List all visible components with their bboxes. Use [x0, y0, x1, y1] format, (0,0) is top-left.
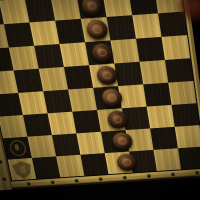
square-r3c6[interactable] — [110, 39, 139, 64]
rail-pin-icon — [195, 171, 199, 174]
rail-pin-icon — [2, 177, 6, 180]
photo-stage — [0, 0, 200, 200]
square-r2c6[interactable] — [107, 15, 136, 40]
square-r6c7[interactable] — [147, 105, 175, 129]
square-r4c8[interactable] — [165, 58, 193, 82]
rail-pin-icon — [74, 179, 78, 182]
square-r5c4[interactable] — [68, 88, 97, 112]
rail-pin-icon — [147, 174, 151, 177]
square-r5c6[interactable] — [118, 84, 147, 108]
square-r1c4[interactable] — [51, 0, 81, 21]
rail-pin-icon — [171, 173, 175, 176]
square-r3c4[interactable] — [60, 42, 90, 67]
rail-pin-icon — [50, 181, 54, 184]
rail-pin-icon — [98, 177, 102, 180]
square-r4c7[interactable] — [140, 60, 169, 84]
square-r7c7[interactable] — [150, 127, 178, 150]
square-r1c3[interactable] — [25, 0, 55, 22]
square-r6c8[interactable] — [172, 103, 200, 127]
square-r6c4[interactable] — [72, 110, 101, 133]
square-r2c7[interactable] — [132, 13, 161, 38]
checkers-board — [0, 0, 200, 190]
square-r7c4[interactable] — [76, 132, 104, 155]
square-r7c8[interactable] — [175, 125, 200, 148]
rail-pin-icon — [122, 176, 126, 179]
square-r5c8[interactable] — [168, 81, 196, 105]
square-r3c8[interactable] — [162, 35, 191, 60]
square-r8c4[interactable] — [80, 153, 108, 176]
square-r8c7[interactable] — [154, 148, 182, 171]
square-r4c4[interactable] — [64, 65, 93, 89]
square-r5c7[interactable] — [143, 83, 171, 107]
square-r8c8[interactable] — [178, 147, 200, 170]
square-r4c6[interactable] — [114, 62, 143, 86]
square-r3c7[interactable] — [136, 37, 165, 62]
rail-pin-icon — [26, 182, 30, 185]
